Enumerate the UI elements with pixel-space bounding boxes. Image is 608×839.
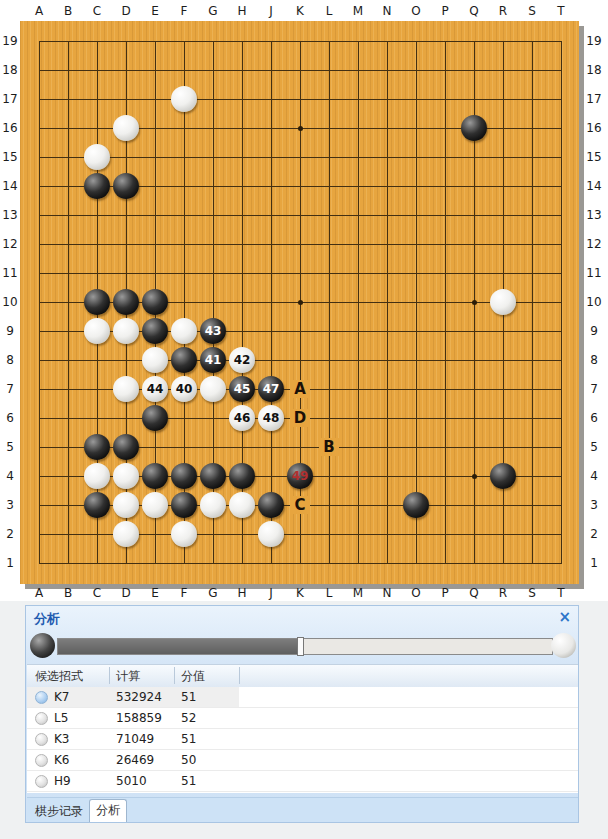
coord-bottom-G: G [204, 586, 222, 600]
coord-bottom-B: B [59, 586, 77, 600]
stone-white-D4 [113, 463, 139, 489]
stone-white-G7 [200, 376, 226, 402]
header-score: 分值 [181, 668, 205, 685]
stone-black-O3 [403, 492, 429, 518]
header-separator [109, 667, 110, 684]
cell-move: H9 [54, 774, 71, 788]
coord-bottom-E: E [146, 586, 164, 600]
board-label-B[interactable]: B [319, 438, 339, 456]
move-number: 48 [263, 411, 280, 425]
header-candidate-move: 候选招式 [35, 668, 83, 685]
move-number: 43 [205, 324, 222, 338]
coord-bottom-H: H [233, 586, 251, 600]
coord-left-15: 15 [1, 150, 19, 164]
cell-calc: 5010 [116, 774, 147, 788]
coord-right-4: 4 [585, 469, 603, 483]
coord-top-G: G [204, 4, 222, 18]
candidate-stone-icon [35, 754, 48, 767]
cell-calc: 71049 [116, 732, 154, 746]
coord-top-F: F [175, 4, 193, 18]
stone-black-D10 [113, 289, 139, 315]
stone-black-H7: 45 [229, 376, 255, 402]
stone-black-F8 [171, 347, 197, 373]
stone-black-E6 [142, 405, 168, 431]
coord-top-R: R [494, 4, 512, 18]
board-label-A[interactable]: A [290, 380, 310, 398]
coord-bottom-A: A [30, 586, 48, 600]
board-label-D[interactable]: D [290, 409, 310, 427]
coord-right-16: 16 [585, 121, 603, 135]
stone-black-G8: 41 [200, 347, 226, 373]
coord-top-O: O [407, 4, 425, 18]
candidate-stone-icon [35, 691, 48, 704]
coord-left-14: 14 [1, 179, 19, 193]
coord-top-K: K [291, 4, 309, 18]
coord-right-7: 7 [585, 382, 603, 396]
stone-black-C14 [84, 173, 110, 199]
stone-black-C5 [84, 434, 110, 460]
cell-calc: 26469 [116, 753, 154, 767]
stone-white-D9 [113, 318, 139, 344]
stone-black-G4 [200, 463, 226, 489]
cell-calc: 158859 [116, 711, 162, 725]
progress-slider[interactable] [57, 638, 553, 655]
coord-right-14: 14 [585, 179, 603, 193]
table-header: 候选招式 计算 分值 [27, 664, 578, 688]
coord-bottom-R: R [494, 586, 512, 600]
stone-white-D7 [113, 376, 139, 402]
stone-white-J2 [258, 521, 284, 547]
coord-bottom-M: M [349, 586, 367, 600]
coord-right-17: 17 [585, 92, 603, 106]
coord-right-11: 11 [585, 266, 603, 280]
stone-black-G9: 43 [200, 318, 226, 344]
analysis-panel: 分析 × 候选招式 计算 分值 K753292451L515885952K371… [25, 605, 579, 823]
coord-top-M: M [349, 4, 367, 18]
stone-black-E9 [142, 318, 168, 344]
coord-bottom-S: S [523, 586, 541, 600]
coord-bottom-P: P [436, 586, 454, 600]
stone-white-C15 [84, 144, 110, 170]
stone-white-F17 [171, 86, 197, 112]
coord-left-9: 9 [1, 324, 19, 338]
stone-white-D2 [113, 521, 139, 547]
table-row-K7[interactable]: K753292451 [27, 687, 578, 708]
coord-bottom-K: K [291, 586, 309, 600]
close-icon[interactable]: × [558, 608, 571, 626]
stone-black-K4: 49 [287, 463, 313, 489]
cell-score: 51 [181, 774, 196, 788]
coord-top-Q: Q [465, 4, 483, 18]
stone-black-E10 [142, 289, 168, 315]
stone-white-E7: 44 [142, 376, 168, 402]
stone-white-J6: 48 [258, 405, 284, 431]
cell-move: K6 [54, 753, 70, 767]
cell-score: 51 [181, 732, 196, 746]
coord-left-19: 19 [1, 34, 19, 48]
table-row-L5[interactable]: L515885952 [27, 708, 578, 729]
slider-fill [58, 639, 300, 654]
coord-bottom-O: O [407, 586, 425, 600]
coord-top-B: B [59, 4, 77, 18]
stone-white-C4 [84, 463, 110, 489]
coord-left-5: 5 [1, 440, 19, 454]
coord-left-10: 10 [1, 295, 19, 309]
coord-bottom-F: F [175, 586, 193, 600]
stone-white-H6: 46 [229, 405, 255, 431]
cell-score: 50 [181, 753, 196, 767]
coord-left-13: 13 [1, 208, 19, 222]
stone-black-F3 [171, 492, 197, 518]
stone-white-C9 [84, 318, 110, 344]
slider-thumb[interactable] [297, 637, 304, 656]
stone-black-C3 [84, 492, 110, 518]
stone-white-F2 [171, 521, 197, 547]
coord-top-A: A [30, 4, 48, 18]
coord-top-D: D [117, 4, 135, 18]
coord-left-2: 2 [1, 527, 19, 541]
stone-white-R10 [490, 289, 516, 315]
stone-white-G3 [200, 492, 226, 518]
stone-white-H3 [229, 492, 255, 518]
coord-left-18: 18 [1, 63, 19, 77]
move-number: 40 [176, 382, 193, 396]
stone-black-C10 [84, 289, 110, 315]
coord-right-9: 9 [585, 324, 603, 338]
coord-top-T: T [552, 4, 570, 18]
coord-left-3: 3 [1, 498, 19, 512]
cell-move: K7 [54, 690, 70, 704]
coord-right-13: 13 [585, 208, 603, 222]
table-row-K6[interactable]: K62646950 [27, 750, 578, 771]
coord-right-5: 5 [585, 440, 603, 454]
table-row-H9[interactable]: H9501051 [27, 771, 578, 792]
coord-right-6: 6 [585, 411, 603, 425]
app-window: AABBCCDDEEFFGGHHJJKKLLMMNNOOPPQQRRSSTT19… [0, 0, 608, 839]
move-number: 44 [147, 382, 164, 396]
cell-score: 52 [181, 711, 196, 725]
star-point-K10 [298, 300, 303, 305]
coord-bottom-L: L [320, 586, 338, 600]
coord-left-12: 12 [1, 237, 19, 251]
coord-left-8: 8 [1, 353, 19, 367]
coord-top-N: N [378, 4, 396, 18]
coord-bottom-Q: Q [465, 586, 483, 600]
cell-score: 51 [181, 690, 196, 704]
stone-black-Q16 [461, 115, 487, 141]
coord-right-18: 18 [585, 63, 603, 77]
coord-left-6: 6 [1, 411, 19, 425]
candidate-stone-icon [35, 775, 48, 788]
tab-bar: 棋步记录 分析 [27, 797, 578, 822]
coord-left-4: 4 [1, 469, 19, 483]
move-number: 49 [292, 469, 309, 483]
cell-move: K3 [54, 732, 70, 746]
tab-move-record[interactable]: 棋步记录 [35, 803, 83, 820]
move-number: 42 [234, 353, 251, 367]
black-stone-icon [30, 633, 55, 658]
stone-black-D5 [113, 434, 139, 460]
coord-right-15: 15 [585, 150, 603, 164]
move-number: 45 [234, 382, 251, 396]
move-number: 41 [205, 353, 222, 367]
coord-right-8: 8 [585, 353, 603, 367]
coord-right-2: 2 [585, 527, 603, 541]
move-number: 47 [263, 382, 280, 396]
candidate-stone-icon [35, 733, 48, 746]
candidate-table-body: K753292451L515885952K37104951K62646950H9… [27, 687, 578, 793]
coord-top-E: E [146, 4, 164, 18]
stone-black-H4 [229, 463, 255, 489]
coord-top-J: J [262, 4, 280, 18]
coord-bottom-D: D [117, 586, 135, 600]
coord-right-10: 10 [585, 295, 603, 309]
stone-white-E3 [142, 492, 168, 518]
header-separator [239, 667, 240, 684]
stone-white-D16 [113, 115, 139, 141]
coord-bottom-N: N [378, 586, 396, 600]
coord-top-H: H [233, 4, 251, 18]
coord-right-3: 3 [585, 498, 603, 512]
stone-black-J3 [258, 492, 284, 518]
coord-top-P: P [436, 4, 454, 18]
stone-black-E4 [142, 463, 168, 489]
coord-top-C: C [88, 4, 106, 18]
coord-bottom-C: C [88, 586, 106, 600]
move-number: 46 [234, 411, 251, 425]
stone-white-F9 [171, 318, 197, 344]
coord-right-19: 19 [585, 34, 603, 48]
coord-left-1: 1 [1, 556, 19, 570]
panel-title: 分析 [34, 610, 60, 628]
coord-bottom-J: J [262, 586, 280, 600]
star-point-Q4 [472, 474, 477, 479]
tab-analysis[interactable]: 分析 [89, 799, 127, 822]
header-separator [174, 667, 175, 684]
coord-top-S: S [523, 4, 541, 18]
coord-top-L: L [320, 4, 338, 18]
stone-white-E8 [142, 347, 168, 373]
stone-white-H8: 42 [229, 347, 255, 373]
stone-black-F4 [171, 463, 197, 489]
cell-calc: 532924 [116, 690, 162, 704]
cell-move: L5 [54, 711, 68, 725]
stone-white-F7: 40 [171, 376, 197, 402]
coord-left-11: 11 [1, 266, 19, 280]
candidate-stone-icon [35, 712, 48, 725]
coord-left-16: 16 [1, 121, 19, 135]
board-label-C[interactable]: C [290, 496, 310, 514]
coord-right-12: 12 [585, 237, 603, 251]
coord-left-17: 17 [1, 92, 19, 106]
coord-bottom-T: T [552, 586, 570, 600]
star-point-Q10 [472, 300, 477, 305]
coord-left-7: 7 [1, 382, 19, 396]
table-row-K3[interactable]: K37104951 [27, 729, 578, 750]
stone-black-J7: 47 [258, 376, 284, 402]
stone-black-R4 [490, 463, 516, 489]
star-point-K16 [298, 126, 303, 131]
header-calculation: 计算 [116, 668, 140, 685]
coord-right-1: 1 [585, 556, 603, 570]
white-stone-icon [551, 633, 576, 658]
stone-white-D3 [113, 492, 139, 518]
stone-black-D14 [113, 173, 139, 199]
